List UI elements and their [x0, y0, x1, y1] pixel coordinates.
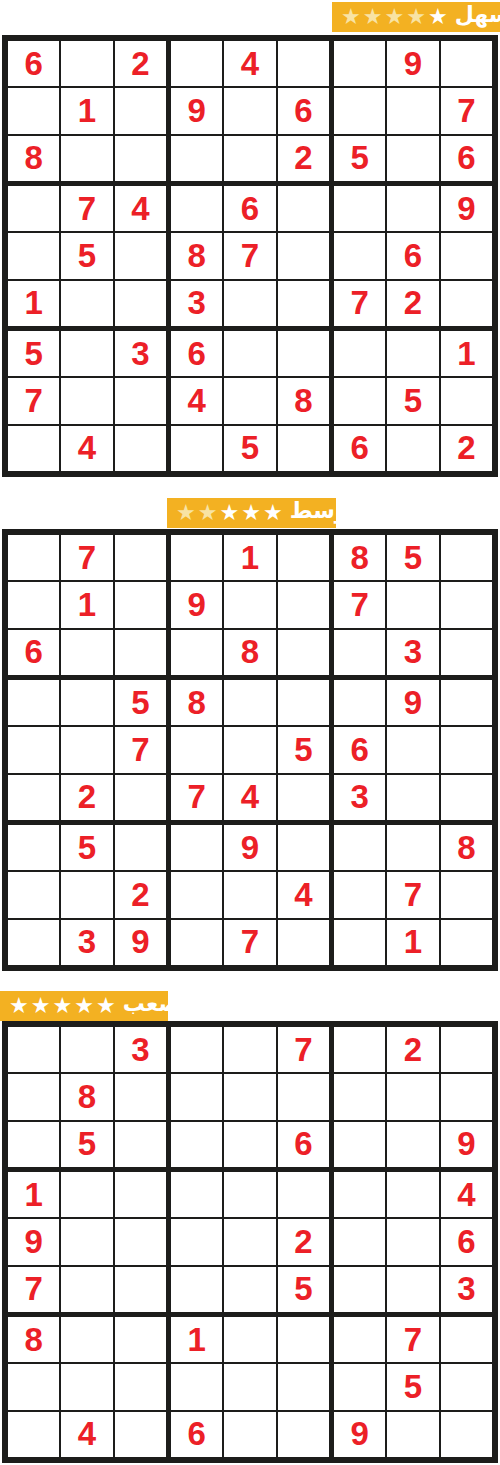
cell-r6c1[interactable]: 1 — [8, 281, 59, 326]
cell-r4c8[interactable] — [387, 1172, 438, 1217]
cell-r2c9[interactable] — [441, 582, 492, 627]
cell-r4c9[interactable] — [441, 680, 492, 725]
cell-r3c7[interactable] — [334, 1122, 385, 1167]
cell-r8c1[interactable] — [8, 1364, 59, 1409]
cell-r4c5[interactable] — [224, 1172, 275, 1217]
cell-r7c2[interactable] — [61, 1317, 112, 1362]
cell-r3c4[interactable] — [171, 1122, 222, 1167]
cell-r1c4[interactable] — [171, 1027, 222, 1072]
cell-r8c5[interactable] — [224, 1364, 275, 1409]
cell-r6c9[interactable] — [441, 775, 492, 820]
sudoku-box: 8574 — [171, 680, 329, 820]
cell-r8c5[interactable] — [224, 872, 275, 917]
cell-r7c5[interactable] — [224, 1317, 275, 1362]
cell-r2c4[interactable] — [171, 1074, 222, 1119]
star-icon: ★ — [241, 502, 261, 524]
cell-r3c6[interactable] — [278, 630, 329, 675]
cell-r9c3[interactable] — [115, 426, 166, 471]
star-icon: ★ — [96, 995, 116, 1017]
cell-r2c5[interactable] — [224, 582, 275, 627]
cell-r4c5[interactable]: 6 — [224, 186, 275, 231]
cell-r8c5[interactable] — [224, 378, 275, 423]
cell-r6c6[interactable] — [278, 281, 329, 326]
cell-r7c2[interactable]: 5 — [61, 825, 112, 870]
cell-r5c1[interactable] — [8, 727, 59, 772]
cell-r1c6[interactable]: 7 — [278, 1027, 329, 1072]
cell-r3c8[interactable] — [387, 136, 438, 181]
cell-r1c9[interactable] — [441, 1027, 492, 1072]
cell-r1c7[interactable] — [334, 41, 385, 86]
star-icon: ★ — [74, 995, 94, 1017]
cell-r6c9[interactable]: 3 — [441, 1267, 492, 1312]
cell-r8c3[interactable] — [115, 1364, 166, 1409]
cell-r3c1[interactable]: 6 — [8, 630, 59, 675]
cell-r5c6[interactable]: 5 — [278, 727, 329, 772]
cell-r3c5[interactable] — [224, 136, 275, 181]
sudoku-box: 5374 — [8, 331, 166, 471]
cell-r2c2[interactable]: 8 — [61, 1074, 112, 1119]
cell-r2c8[interactable] — [387, 88, 438, 133]
cell-r5c8[interactable]: 6 — [387, 233, 438, 278]
cell-r8c9[interactable] — [441, 872, 492, 917]
cell-r7c5[interactable] — [224, 331, 275, 376]
cell-r5c8[interactable] — [387, 727, 438, 772]
cell-r9c6[interactable] — [278, 920, 329, 965]
difficulty-label: وسط — [290, 500, 349, 522]
cell-r8c6[interactable]: 8 — [278, 378, 329, 423]
cell-r5c6[interactable] — [278, 233, 329, 278]
cell-r5c4[interactable] — [171, 727, 222, 772]
cell-r3c3[interactable] — [115, 136, 166, 181]
cell-r8c7[interactable] — [334, 1364, 385, 1409]
cell-r1c1[interactable] — [8, 535, 59, 580]
cell-r6c2[interactable] — [61, 1267, 112, 1312]
cell-r4c2[interactable] — [61, 1172, 112, 1217]
cell-r4c3[interactable]: 5 — [115, 680, 166, 725]
cell-r4c8[interactable] — [387, 186, 438, 231]
cell-r1c5[interactable] — [224, 1027, 275, 1072]
cell-r9c7[interactable] — [334, 920, 385, 965]
cell-r1c2[interactable]: 7 — [61, 535, 112, 580]
sudoku-box: 6218 — [8, 41, 166, 181]
cell-r8c1[interactable]: 7 — [8, 378, 59, 423]
sudoku-grid-medium: 716198857357285749635239947871 — [2, 529, 498, 971]
cell-r3c8[interactable]: 3 — [387, 630, 438, 675]
star-icon: ★ — [363, 6, 383, 28]
sudoku-box: 76 — [171, 1027, 329, 1167]
cell-r8c9[interactable] — [441, 1364, 492, 1409]
difficulty-stars: ★★★★★ — [341, 6, 448, 28]
cell-r8c1[interactable] — [8, 872, 59, 917]
cell-r9c8[interactable]: 1 — [387, 920, 438, 965]
cell-r1c7[interactable] — [334, 1027, 385, 1072]
cell-r9c5[interactable]: 5 — [224, 426, 275, 471]
star-icon: ★ — [341, 6, 361, 28]
star-icon: ★ — [263, 502, 283, 524]
sudoku-box: 197 — [8, 1172, 166, 1312]
cell-r1c6[interactable] — [278, 535, 329, 580]
cell-r5c7[interactable]: 6 — [334, 727, 385, 772]
cell-r6c4[interactable]: 7 — [171, 775, 222, 820]
sudoku-box: 84 — [8, 1317, 166, 1457]
cell-r7c9[interactable] — [441, 1317, 492, 1362]
cell-r9c9[interactable]: 2 — [441, 426, 492, 471]
difficulty-label: صعب — [123, 993, 180, 1015]
star-icon: ★ — [52, 995, 72, 1017]
cell-r6c5[interactable]: 4 — [224, 775, 275, 820]
cell-r2c4[interactable]: 9 — [171, 88, 222, 133]
cell-r6c5[interactable] — [224, 1267, 275, 1312]
cell-r2c3[interactable] — [115, 1074, 166, 1119]
cell-r7c1[interactable]: 5 — [8, 331, 59, 376]
sudoku-box: 198 — [171, 535, 329, 675]
cell-r7c8[interactable] — [387, 331, 438, 376]
cell-r5c8[interactable] — [387, 1219, 438, 1264]
cell-r1c4[interactable] — [171, 535, 222, 580]
cell-r2c9[interactable]: 7 — [441, 88, 492, 133]
cell-r9c1[interactable] — [8, 426, 59, 471]
cell-r6c6[interactable]: 5 — [278, 1267, 329, 1312]
cell-r2c7[interactable]: 7 — [334, 582, 385, 627]
cell-r8c8[interactable]: 5 — [387, 1364, 438, 1409]
cell-r5c2[interactable] — [61, 727, 112, 772]
cell-r1c5[interactable]: 1 — [224, 535, 275, 580]
cell-r6c4[interactable] — [171, 1267, 222, 1312]
cell-r4c7[interactable] — [334, 186, 385, 231]
cell-r4c1[interactable] — [8, 680, 59, 725]
cell-r7c8[interactable] — [387, 825, 438, 870]
cell-r9c2[interactable]: 3 — [61, 920, 112, 965]
cell-r5c3[interactable] — [115, 233, 166, 278]
star-icon: ★ — [428, 6, 448, 28]
cell-r1c9[interactable] — [441, 41, 492, 86]
cell-r7c7[interactable] — [334, 331, 385, 376]
difficulty-banner-hard: ★★★★★ صعب — [0, 991, 168, 1021]
cell-r7c1[interactable] — [8, 825, 59, 870]
cell-r6c7[interactable] — [334, 1267, 385, 1312]
cell-r5c5[interactable]: 7 — [224, 233, 275, 278]
cell-r7c4[interactable]: 1 — [171, 1317, 222, 1362]
cell-r1c9[interactable] — [441, 535, 492, 580]
cell-r4c1[interactable]: 1 — [8, 1172, 59, 1217]
cell-r2c5[interactable] — [224, 88, 275, 133]
cell-r8c3[interactable] — [115, 378, 166, 423]
cell-r9c2[interactable]: 4 — [61, 1412, 112, 1457]
cell-r8c8[interactable]: 5 — [387, 378, 438, 423]
cell-r6c9[interactable] — [441, 281, 492, 326]
cell-r4c2[interactable] — [61, 680, 112, 725]
cell-r7c6[interactable] — [278, 331, 329, 376]
cell-r8c2[interactable] — [61, 872, 112, 917]
cell-r2c5[interactable] — [224, 1074, 275, 1119]
sudoku-grid-hard: 3857629197254638416759 — [2, 1021, 498, 1463]
cell-r3c9[interactable] — [441, 630, 492, 675]
sudoku-box: 25 — [171, 1172, 329, 1312]
cell-r6c3[interactable] — [115, 775, 166, 820]
cell-r2c7[interactable] — [334, 1074, 385, 1119]
cell-r5c4[interactable] — [171, 1219, 222, 1264]
cell-r8c8[interactable]: 7 — [387, 872, 438, 917]
cell-r4c8[interactable]: 9 — [387, 680, 438, 725]
cell-r4c7[interactable] — [334, 1172, 385, 1217]
cell-r5c9[interactable] — [441, 727, 492, 772]
cell-r8c7[interactable] — [334, 378, 385, 423]
cell-r5c2[interactable] — [61, 1219, 112, 1264]
cell-r7c7[interactable] — [334, 825, 385, 870]
cell-r9c3[interactable]: 9 — [115, 920, 166, 965]
cell-r1c5[interactable]: 4 — [224, 41, 275, 86]
cell-r6c1[interactable]: 7 — [8, 1267, 59, 1312]
cell-r8c6[interactable] — [278, 1364, 329, 1409]
cell-r3c3[interactable] — [115, 1122, 166, 1167]
cell-r9c5[interactable]: 7 — [224, 920, 275, 965]
cell-r3c2[interactable] — [61, 136, 112, 181]
cell-r2c4[interactable]: 9 — [171, 582, 222, 627]
cell-r2c8[interactable] — [387, 582, 438, 627]
sudoku-grid-easy: 621849629756745168739672537464851562 — [2, 35, 498, 477]
sudoku-box: 29 — [334, 1027, 492, 1167]
cell-r3c2[interactable]: 5 — [61, 1122, 112, 1167]
cell-r9c9[interactable] — [441, 1412, 492, 1457]
cell-r1c1[interactable]: 6 — [8, 41, 59, 86]
cell-r5c7[interactable] — [334, 1219, 385, 1264]
sudoku-box: 385 — [8, 1027, 166, 1167]
cell-r7c3[interactable] — [115, 1317, 166, 1362]
cell-r7c4[interactable]: 6 — [171, 331, 222, 376]
cell-r9c4[interactable] — [171, 426, 222, 471]
cell-r1c3[interactable]: 2 — [115, 41, 166, 86]
sudoku-page: ★★★★★ سهل 621849629756745168739672537464… — [0, 0, 500, 1465]
sudoku-box: 947 — [171, 825, 329, 965]
cell-r9c6[interactable] — [278, 1412, 329, 1457]
cell-r4c6[interactable] — [278, 680, 329, 725]
cell-r5c7[interactable] — [334, 233, 385, 278]
cell-r3c6[interactable]: 2 — [278, 136, 329, 181]
sudoku-box: 716 — [8, 535, 166, 675]
cell-r8c7[interactable] — [334, 872, 385, 917]
cell-r4c9[interactable]: 4 — [441, 1172, 492, 1217]
cell-r4c6[interactable] — [278, 1172, 329, 1217]
cell-r9c4[interactable]: 6 — [171, 1412, 222, 1457]
cell-r3c8[interactable] — [387, 1122, 438, 1167]
cell-r1c7[interactable]: 8 — [334, 535, 385, 580]
star-icon: ★ — [176, 502, 196, 524]
cell-r8c2[interactable] — [61, 378, 112, 423]
sudoku-box: 16 — [171, 1317, 329, 1457]
cell-r4c2[interactable]: 7 — [61, 186, 112, 231]
sudoku-box: 572 — [8, 680, 166, 820]
cell-r3c9[interactable]: 9 — [441, 1122, 492, 1167]
cell-r4c6[interactable] — [278, 186, 329, 231]
cell-r2c3[interactable] — [115, 582, 166, 627]
cell-r3c2[interactable] — [61, 630, 112, 675]
cell-r1c2[interactable] — [61, 41, 112, 86]
cell-r9c2[interactable]: 4 — [61, 426, 112, 471]
cell-r8c2[interactable] — [61, 1364, 112, 1409]
sudoku-box: 9756 — [334, 41, 492, 181]
cell-r3c9[interactable]: 6 — [441, 136, 492, 181]
sudoku-box: 7451 — [8, 186, 166, 326]
cell-r7c5[interactable]: 9 — [224, 825, 275, 870]
cell-r4c4[interactable]: 8 — [171, 680, 222, 725]
cell-r7c3[interactable]: 3 — [115, 331, 166, 376]
cell-r7c7[interactable] — [334, 1317, 385, 1362]
cell-r6c7[interactable]: 7 — [334, 281, 385, 326]
cell-r8c4[interactable] — [171, 1364, 222, 1409]
cell-r1c4[interactable] — [171, 41, 222, 86]
cell-r4c3[interactable] — [115, 1172, 166, 1217]
difficulty-stars: ★★★★★ — [176, 502, 283, 524]
cell-r6c2[interactable] — [61, 281, 112, 326]
cell-r5c3[interactable] — [115, 1219, 166, 1264]
cell-r8c4[interactable]: 4 — [171, 378, 222, 423]
cell-r7c2[interactable] — [61, 331, 112, 376]
cell-r1c1[interactable] — [8, 1027, 59, 1072]
cell-r6c7[interactable]: 3 — [334, 775, 385, 820]
sudoku-box: 8573 — [334, 535, 492, 675]
sudoku-box: 1562 — [334, 331, 492, 471]
cell-r3c7[interactable] — [334, 630, 385, 675]
cell-r5c1[interactable]: 9 — [8, 1219, 59, 1264]
cell-r2c8[interactable] — [387, 1074, 438, 1119]
cell-r5c1[interactable] — [8, 233, 59, 278]
cell-r7c9[interactable]: 8 — [441, 825, 492, 870]
cell-r2c1[interactable] — [8, 582, 59, 627]
cell-r2c6[interactable]: 6 — [278, 88, 329, 133]
cell-r9c9[interactable] — [441, 920, 492, 965]
cell-r2c7[interactable] — [334, 88, 385, 133]
sudoku-box: 963 — [334, 680, 492, 820]
cell-r6c3[interactable] — [115, 281, 166, 326]
cell-r4c4[interactable] — [171, 186, 222, 231]
cell-r6c8[interactable] — [387, 775, 438, 820]
cell-r7c6[interactable] — [278, 825, 329, 870]
cell-r3c4[interactable] — [171, 630, 222, 675]
cell-r6c3[interactable] — [115, 1267, 166, 1312]
cell-r9c1[interactable] — [8, 920, 59, 965]
cell-r3c3[interactable] — [115, 630, 166, 675]
cell-r1c2[interactable] — [61, 1027, 112, 1072]
difficulty-banner-easy: ★★★★★ سهل — [332, 2, 500, 32]
difficulty-stars: ★★★★★ — [9, 995, 116, 1017]
cell-r5c4[interactable]: 8 — [171, 233, 222, 278]
cell-r1c8[interactable]: 2 — [387, 1027, 438, 1072]
cell-r6c1[interactable] — [8, 775, 59, 820]
star-icon: ★ — [219, 502, 239, 524]
star-icon: ★ — [384, 6, 404, 28]
sudoku-box: 5239 — [8, 825, 166, 965]
cell-r7c9[interactable]: 1 — [441, 331, 492, 376]
cell-r9c1[interactable] — [8, 1412, 59, 1457]
cell-r6c6[interactable] — [278, 775, 329, 820]
cell-r9c5[interactable] — [224, 1412, 275, 1457]
cell-r9c4[interactable] — [171, 920, 222, 965]
cell-r7c1[interactable]: 8 — [8, 1317, 59, 1362]
cell-r3c5[interactable] — [224, 1122, 275, 1167]
cell-r4c4[interactable] — [171, 1172, 222, 1217]
cell-r3c5[interactable]: 8 — [224, 630, 275, 675]
cell-r5c9[interactable]: 6 — [441, 1219, 492, 1264]
cell-r5c9[interactable] — [441, 233, 492, 278]
difficulty-label: سهل — [455, 4, 500, 26]
cell-r3c4[interactable] — [171, 136, 222, 181]
cell-r2c3[interactable] — [115, 88, 166, 133]
cell-r1c3[interactable] — [115, 535, 166, 580]
cell-r8c6[interactable]: 4 — [278, 872, 329, 917]
cell-r8c9[interactable] — [441, 378, 492, 423]
sudoku-box: 871 — [334, 825, 492, 965]
cell-r4c9[interactable]: 9 — [441, 186, 492, 231]
cell-r6c2[interactable]: 2 — [61, 775, 112, 820]
cell-r4c7[interactable] — [334, 680, 385, 725]
cell-r9c8[interactable] — [387, 426, 438, 471]
cell-r2c1[interactable] — [8, 1074, 59, 1119]
difficulty-banner-medium: ★★★★★ وسط — [167, 498, 336, 528]
cell-r1c6[interactable] — [278, 41, 329, 86]
cell-r3c7[interactable]: 5 — [334, 136, 385, 181]
cell-r4c3[interactable]: 4 — [115, 186, 166, 231]
cell-r8c4[interactable] — [171, 872, 222, 917]
sudoku-box: 463 — [334, 1172, 492, 1312]
cell-r7c6[interactable] — [278, 1317, 329, 1362]
cell-r5c5[interactable] — [224, 1219, 275, 1264]
cell-r5c6[interactable]: 2 — [278, 1219, 329, 1264]
cell-r2c6[interactable] — [278, 582, 329, 627]
cell-r5c5[interactable] — [224, 727, 275, 772]
cell-r7c4[interactable] — [171, 825, 222, 870]
cell-r6c5[interactable] — [224, 281, 275, 326]
star-icon: ★ — [31, 995, 51, 1017]
sudoku-box: 759 — [334, 1317, 492, 1457]
cell-r5c3[interactable]: 7 — [115, 727, 166, 772]
cell-r2c2[interactable]: 1 — [61, 582, 112, 627]
cell-r8c3[interactable]: 2 — [115, 872, 166, 917]
cell-r6c8[interactable]: 2 — [387, 281, 438, 326]
cell-r7c3[interactable] — [115, 825, 166, 870]
cell-r6c8[interactable] — [387, 1267, 438, 1312]
cell-r9c7[interactable]: 6 — [334, 426, 385, 471]
cell-r9c8[interactable] — [387, 1412, 438, 1457]
cell-r1c8[interactable]: 5 — [387, 535, 438, 580]
cell-r2c1[interactable] — [8, 88, 59, 133]
cell-r4c5[interactable] — [224, 680, 275, 725]
cell-r9c3[interactable] — [115, 1412, 166, 1457]
sudoku-box: 6873 — [171, 186, 329, 326]
cell-r5c2[interactable]: 5 — [61, 233, 112, 278]
sudoku-box: 6485 — [171, 331, 329, 471]
cell-r3c6[interactable]: 6 — [278, 1122, 329, 1167]
sudoku-box: 4962 — [171, 41, 329, 181]
cell-r4c1[interactable] — [8, 186, 59, 231]
cell-r9c6[interactable] — [278, 426, 329, 471]
cell-r2c9[interactable] — [441, 1074, 492, 1119]
star-icon: ★ — [198, 502, 218, 524]
cell-r1c3[interactable]: 3 — [115, 1027, 166, 1072]
cell-r3c1[interactable]: 8 — [8, 136, 59, 181]
cell-r1c8[interactable]: 9 — [387, 41, 438, 86]
cell-r6c4[interactable]: 3 — [171, 281, 222, 326]
cell-r7c8[interactable]: 7 — [387, 1317, 438, 1362]
star-icon: ★ — [406, 6, 426, 28]
sudoku-box: 9672 — [334, 186, 492, 326]
star-icon: ★ — [9, 995, 29, 1017]
cell-r3c1[interactable] — [8, 1122, 59, 1167]
cell-r2c2[interactable]: 1 — [61, 88, 112, 133]
cell-r2c6[interactable] — [278, 1074, 329, 1119]
cell-r9c7[interactable]: 9 — [334, 1412, 385, 1457]
